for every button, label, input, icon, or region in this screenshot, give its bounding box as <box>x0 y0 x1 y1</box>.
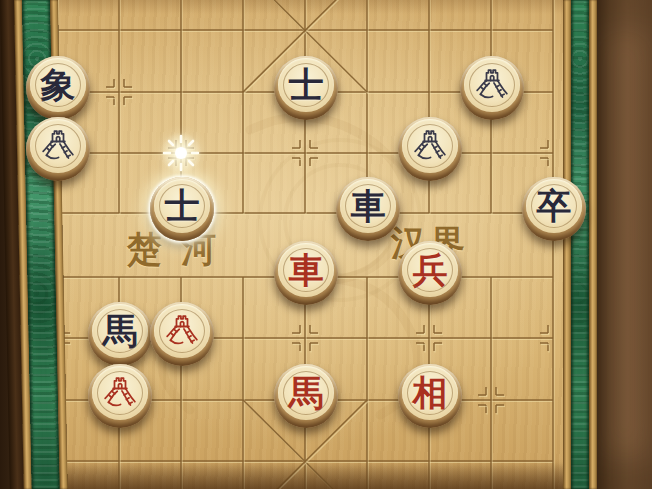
piece-character: 車 <box>340 179 396 233</box>
piece-black-horse-f2r7[interactable]: 馬 <box>88 302 152 366</box>
hidden-piece-back-great-wall <box>402 119 458 173</box>
piece-black-hidden-f7r4[interactable] <box>398 117 462 181</box>
piece-black-hidden-f1r4[interactable] <box>26 117 90 181</box>
piece-black-chariot-f6r5[interactable]: 車 <box>336 177 400 241</box>
piece-black-advisor-f5r3[interactable]: 士 <box>274 56 338 120</box>
piece-black-elephant-f1r3[interactable]: 象 <box>26 56 90 120</box>
piece-red-soldier-f7r6[interactable]: 兵 <box>398 241 462 305</box>
piece-face: 象 <box>30 58 86 112</box>
hidden-piece-back-great-wall <box>30 119 86 173</box>
piece-character: 象 <box>30 58 86 112</box>
piece-character: 士 <box>154 179 210 233</box>
piece-character: 卒 <box>526 179 582 233</box>
piece-black-hidden-f8r3[interactable] <box>460 56 524 120</box>
xiangqi-game-screen: 楚河 汉界 象士士車卒車兵馬馬相 <box>0 0 652 489</box>
hidden-piece-back-great-wall <box>154 304 210 358</box>
hidden-piece-back-great-wall <box>92 366 148 420</box>
piece-face: 車 <box>340 179 396 233</box>
piece-face: 兵 <box>402 243 458 297</box>
piece-character: 相 <box>402 366 458 420</box>
piece-character: 士 <box>278 58 334 112</box>
piece-face: 車 <box>278 243 334 297</box>
piece-character: 馬 <box>278 366 334 420</box>
piece-red-hidden-f2r8[interactable] <box>88 364 152 428</box>
piece-character: 車 <box>278 243 334 297</box>
piece-character: 馬 <box>92 304 148 358</box>
piece-red-chariot-f5r6[interactable]: 車 <box>274 241 338 305</box>
piece-face: 馬 <box>92 304 148 358</box>
piece-black-advisor-f3r5[interactable]: 士 <box>150 177 214 241</box>
piece-face: 相 <box>402 366 458 420</box>
piece-character: 兵 <box>402 243 458 297</box>
hidden-piece-back-great-wall <box>464 58 520 112</box>
piece-face: 馬 <box>278 366 334 420</box>
piece-red-hidden-f3r7[interactable] <box>150 302 214 366</box>
piece-red-elephant-f7r8[interactable]: 相 <box>398 364 462 428</box>
piece-red-horse-f5r8[interactable]: 馬 <box>274 364 338 428</box>
piece-face: 卒 <box>526 179 582 233</box>
piece-black-soldier-f9r5[interactable]: 卒 <box>522 177 586 241</box>
piece-face: 士 <box>278 58 334 112</box>
piece-face: 士 <box>154 179 210 233</box>
